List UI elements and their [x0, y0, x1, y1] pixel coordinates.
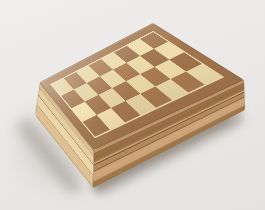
photo-scene	[0, 0, 265, 210]
